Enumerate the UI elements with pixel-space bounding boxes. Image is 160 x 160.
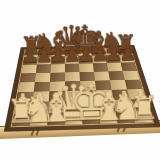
square-e5 xyxy=(79,72,95,81)
board-scene: ♜♞♝♛♚♝♞♜♟♟♟♟♟♟♟♟♟♟♟♟♟♟♟♟♜♞♝♛♚♝♞♜ xyxy=(0,0,160,160)
square-c2: ♟ xyxy=(48,101,65,113)
square-h2: ♟ xyxy=(130,99,149,111)
chess-set-photo: ♜♞♝♛♚♝♞♜♟♟♟♟♟♟♟♟♟♟♟♟♟♟♟♟♜♞♝♛♚♝♞♜ xyxy=(0,0,160,160)
square-d2: ♟ xyxy=(65,101,82,113)
square-h1: ♜ xyxy=(132,110,152,122)
square-c5 xyxy=(50,72,65,81)
square-d4 xyxy=(65,81,81,91)
square-e4 xyxy=(80,81,96,91)
square-e6 xyxy=(79,64,94,73)
square-c1: ♝ xyxy=(47,113,65,126)
square-a2: ♟ xyxy=(14,102,32,114)
square-c3 xyxy=(49,91,65,102)
square-d3 xyxy=(65,91,81,102)
square-a3 xyxy=(16,92,34,103)
square-f2: ♟ xyxy=(97,100,115,112)
square-h5 xyxy=(123,71,140,80)
square-b4 xyxy=(34,82,50,92)
square-c6 xyxy=(50,64,65,73)
square-a4 xyxy=(18,82,35,92)
square-f4 xyxy=(95,80,112,90)
square-b3 xyxy=(32,91,49,102)
square-g4 xyxy=(110,80,127,90)
square-f3 xyxy=(96,90,113,101)
square-f5 xyxy=(94,71,110,80)
square-a5 xyxy=(20,73,36,82)
square-b2: ♟ xyxy=(31,102,49,114)
square-h3 xyxy=(127,89,145,100)
square-h4 xyxy=(125,80,143,90)
square-c4 xyxy=(49,81,65,91)
black-rook: ♜ xyxy=(114,34,137,56)
chess-board: ♜♞♝♛♚♝♞♜♟♟♟♟♟♟♟♟♟♟♟♟♟♟♟♟♜♞♝♛♚♝♞♜ xyxy=(4,45,160,132)
square-e2: ♟ xyxy=(81,101,99,113)
square-e1: ♚ xyxy=(82,112,100,125)
square-g2: ♟ xyxy=(114,100,133,112)
square-e7: ♟ xyxy=(78,56,92,64)
chess-board-squares: ♜♞♝♛♚♝♞♜♟♟♟♟♟♟♟♟♟♟♟♟♟♟♟♟♜♞♝♛♚♝♞♜ xyxy=(12,48,153,127)
square-a1: ♜ xyxy=(12,113,31,126)
square-d7: ♟ xyxy=(65,56,79,64)
square-d6 xyxy=(65,64,79,73)
square-d1: ♛ xyxy=(65,112,83,125)
square-b5 xyxy=(35,73,51,82)
square-b1: ♞ xyxy=(30,113,48,126)
square-b6 xyxy=(36,64,51,73)
square-b7: ♟ xyxy=(37,57,52,65)
square-d5 xyxy=(65,72,80,81)
square-e3 xyxy=(81,90,98,101)
